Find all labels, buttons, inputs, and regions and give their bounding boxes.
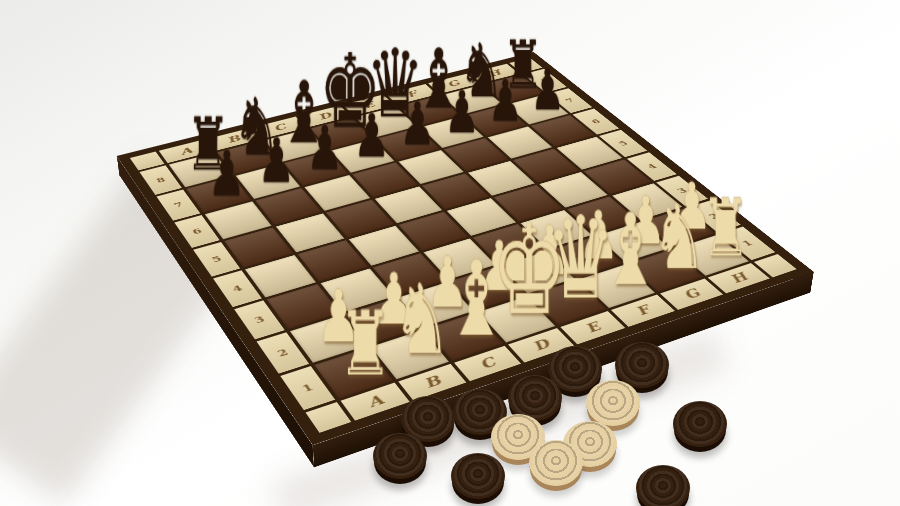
black-pawn[interactable]: ♟	[353, 106, 390, 166]
rank-label-3-left: 3	[234, 300, 285, 339]
white-knight[interactable]: ♞	[392, 272, 451, 369]
black-pawn[interactable]: ♟	[258, 130, 296, 191]
black-pawn[interactable]: ♟	[306, 118, 343, 179]
white-rook[interactable]: ♜	[701, 188, 750, 268]
chess-set-photo-scene: ABCDEFGH8♜♞♝♚♛♝♞♜87♟♟♟♟♟♟♟♟7665544332♟♟♟…	[0, 0, 900, 506]
light-checker[interactable]	[586, 380, 640, 426]
white-bishop[interactable]: ♝	[445, 247, 508, 351]
white-rook[interactable]: ♜	[338, 299, 393, 388]
dark-checker[interactable]	[673, 401, 727, 447]
chess-board: ABCDEFGH8♜♞♝♚♛♝♞♜87♟♟♟♟♟♟♟♟7665544332♟♟♟…	[117, 52, 814, 445]
black-pawn[interactable]: ♟	[530, 62, 565, 119]
dark-checker[interactable]	[451, 453, 505, 499]
black-pawn[interactable]: ♟	[488, 72, 523, 129]
black-pawn[interactable]: ♟	[399, 95, 435, 154]
board-grid: ABCDEFGH8♜♞♝♚♛♝♞♜87♟♟♟♟♟♟♟♟7665544332♟♟♟…	[117, 52, 814, 445]
black-pawn[interactable]: ♟	[444, 83, 480, 141]
dark-checker[interactable]	[373, 433, 427, 479]
light-checker[interactable]	[529, 440, 583, 486]
dark-checker[interactable]	[636, 465, 690, 506]
black-pawn[interactable]: ♟	[208, 143, 247, 205]
